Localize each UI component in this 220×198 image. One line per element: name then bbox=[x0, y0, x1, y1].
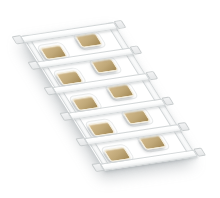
product-photo-stage bbox=[0, 0, 220, 198]
marker-carrier-strip bbox=[21, 22, 197, 170]
